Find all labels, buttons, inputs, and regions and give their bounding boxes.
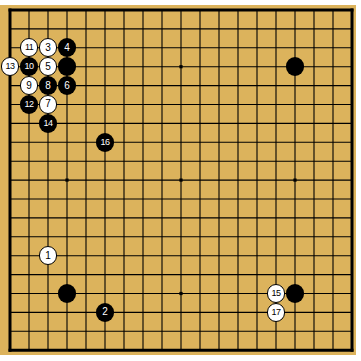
move-number: 10 [25,62,34,71]
move-number: 11 [25,43,33,52]
stone-white-move-13: 13 [1,57,20,76]
move-number: 4 [64,43,70,53]
stone-black-d4 [58,284,77,303]
go-diagram-page: 1234567891011121314151617 [0,0,361,361]
stone-black-q16 [286,57,305,76]
move-number: 7 [45,100,51,110]
move-number: 6 [64,81,70,91]
stone-black-d16 [58,57,77,76]
stone-black-move-4: 4 [58,38,77,57]
move-number: 2 [102,307,108,317]
move-number: 1 [45,251,51,261]
move-number: 15 [272,289,281,298]
stone-white-move-3: 3 [39,38,58,57]
move-number: 16 [101,138,110,147]
stone-black-q4 [286,284,305,303]
stone-black-move-16: 16 [96,133,115,152]
stone-white-move-15: 15 [267,284,286,303]
stone-white-move-5: 5 [39,57,58,76]
stone-black-move-12: 12 [20,95,39,114]
stone-white-move-9: 9 [20,76,39,95]
move-number: 17 [272,308,281,317]
go-board: 1234567891011121314151617 [1,1,361,360]
stone-black-move-8: 8 [39,76,58,95]
stone-black-move-6: 6 [58,76,77,95]
move-number: 9 [26,81,32,91]
stone-white-move-1: 1 [39,246,58,265]
move-number: 3 [45,43,51,53]
move-number: 8 [45,81,51,91]
move-number: 5 [45,62,51,72]
move-number: 13 [6,62,15,71]
stone-white-move-17: 17 [267,303,286,322]
stone-black-move-10: 10 [20,57,39,76]
move-number: 14 [44,119,53,128]
stone-white-move-7: 7 [39,95,58,114]
move-number: 12 [25,100,34,109]
stone-white-move-11: 11 [20,38,39,57]
stone-black-move-2: 2 [96,303,115,322]
stone-black-move-14: 14 [39,114,58,133]
